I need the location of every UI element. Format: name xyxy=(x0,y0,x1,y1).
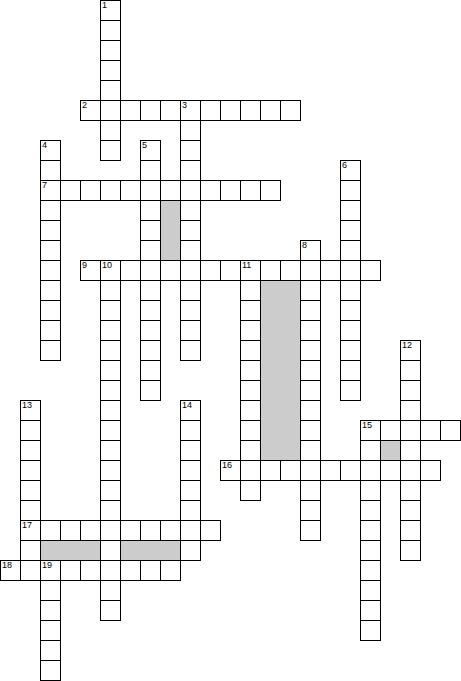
cell-c5-r18[interactable] xyxy=(100,360,121,381)
cell-c8-r28[interactable] xyxy=(160,560,181,581)
cell-c18-r29[interactable] xyxy=(360,580,381,601)
cell-c5-r29[interactable] xyxy=(100,580,121,601)
cell-c9-r13[interactable] xyxy=(180,260,201,281)
cell-c9-r26[interactable] xyxy=(180,520,201,541)
cell-c5-r3[interactable] xyxy=(100,60,121,81)
cell-c18-r24[interactable] xyxy=(360,480,381,501)
cell-c1-r28[interactable] xyxy=(20,560,41,581)
cell-c19-r23[interactable] xyxy=(380,460,401,481)
cell-c12-r18[interactable] xyxy=(240,360,261,381)
cell-c18-r23[interactable] xyxy=(360,460,381,481)
cell-c1-r24[interactable] xyxy=(20,480,41,501)
cell-c2-r14[interactable] xyxy=(40,280,61,301)
cell-c17-r10[interactable] xyxy=(340,200,361,221)
cell-c5-r27[interactable] xyxy=(100,540,121,561)
cell-c5-r15[interactable] xyxy=(100,300,121,321)
cell-c2-r33[interactable] xyxy=(40,660,61,681)
cell-c7-r16[interactable] xyxy=(140,320,161,341)
cell-c5-r19[interactable] xyxy=(100,380,121,401)
cell-c7-r9[interactable] xyxy=(140,180,161,201)
cell-c17-r13[interactable] xyxy=(340,260,361,281)
cell-c1-r25[interactable] xyxy=(20,500,41,521)
cell-c14-r5[interactable] xyxy=(280,100,301,121)
cell-c12-r21[interactable] xyxy=(240,420,261,441)
cell-c14-r23[interactable] xyxy=(280,460,301,481)
cell-c18-r26[interactable] xyxy=(360,520,381,541)
cell-c2-r8[interactable] xyxy=(40,160,61,181)
cell-c6-r28[interactable] xyxy=(120,560,141,581)
cell-c12-r17[interactable] xyxy=(240,340,261,361)
cell-c20-r23[interactable] xyxy=(400,460,421,481)
cell-c17-r19[interactable] xyxy=(340,380,361,401)
cell-c15-r14[interactable] xyxy=(300,280,321,301)
cell-c9-r14[interactable] xyxy=(180,280,201,301)
cell-c1-r27[interactable] xyxy=(20,540,41,561)
cell-c12-r23[interactable] xyxy=(240,460,261,481)
cell-c2-r31[interactable] xyxy=(40,620,61,641)
cell-c2-r12[interactable] xyxy=(40,240,61,261)
cell-c6-r26[interactable] xyxy=(120,520,141,541)
cell-c5-r16[interactable] xyxy=(100,320,121,341)
cell-c12-r16[interactable] xyxy=(240,320,261,341)
cell-c7-r17[interactable] xyxy=(140,340,161,361)
cell-c9-r23[interactable] xyxy=(180,460,201,481)
cell-c15-r16[interactable] xyxy=(300,320,321,341)
cell-c15-r13[interactable] xyxy=(300,260,321,281)
cell-c9-r6[interactable] xyxy=(180,120,201,141)
shaded-block-c19-r22 xyxy=(380,440,401,461)
cell-c13-r9[interactable] xyxy=(260,180,281,201)
cell-c9-r10[interactable] xyxy=(180,200,201,221)
clue-number-10: 10 xyxy=(102,261,112,270)
clue-number-18: 18 xyxy=(2,561,12,570)
cell-c5-r26[interactable] xyxy=(100,520,121,541)
cell-c9-r15[interactable] xyxy=(180,300,201,321)
cell-c8-r5[interactable] xyxy=(160,100,181,121)
cell-c16-r23[interactable] xyxy=(320,460,341,481)
clue-number-13: 13 xyxy=(22,401,32,410)
cell-c17-r16[interactable] xyxy=(340,320,361,341)
cell-c17-r17[interactable] xyxy=(340,340,361,361)
cell-c2-r13[interactable] xyxy=(40,260,61,281)
cell-c8-r26[interactable] xyxy=(160,520,181,541)
clue-number-12: 12 xyxy=(402,341,412,350)
clue-number-7: 7 xyxy=(42,181,47,190)
cell-c7-r10[interactable] xyxy=(140,200,161,221)
cell-c11-r13[interactable] xyxy=(220,260,241,281)
cell-c21-r23[interactable] xyxy=(420,460,441,481)
cell-c2-r11[interactable] xyxy=(40,220,61,241)
cell-c5-r25[interactable] xyxy=(100,500,121,521)
cell-c7-r12[interactable] xyxy=(140,240,161,261)
cell-c5-r2[interactable] xyxy=(100,40,121,61)
cell-c9-r24[interactable] xyxy=(180,480,201,501)
clue-number-9: 9 xyxy=(82,261,87,270)
cell-c20-r19[interactable] xyxy=(400,380,421,401)
cell-c20-r18[interactable] xyxy=(400,360,421,381)
cell-c6-r13[interactable] xyxy=(120,260,141,281)
clue-number-14: 14 xyxy=(182,401,192,410)
cell-c18-r27[interactable] xyxy=(360,540,381,561)
cell-c17-r23[interactable] xyxy=(340,460,361,481)
cell-c2-r32[interactable] xyxy=(40,640,61,661)
cell-c21-r21[interactable] xyxy=(420,420,441,441)
cell-c3-r26[interactable] xyxy=(60,520,81,541)
shaded-block-c2-r27 xyxy=(40,540,101,561)
cell-c5-r28[interactable] xyxy=(100,560,121,581)
clue-number-15: 15 xyxy=(362,421,372,430)
cell-c8-r13[interactable] xyxy=(160,260,181,281)
cell-c7-r11[interactable] xyxy=(140,220,161,241)
cell-c11-r9[interactable] xyxy=(220,180,241,201)
cell-c4-r9[interactable] xyxy=(80,180,101,201)
cell-c5-r20[interactable] xyxy=(100,400,121,421)
cell-c5-r23[interactable] xyxy=(100,460,121,481)
cell-c13-r23[interactable] xyxy=(260,460,281,481)
cell-c13-r13[interactable] xyxy=(260,260,281,281)
cell-c6-r5[interactable] xyxy=(120,100,141,121)
cell-c2-r30[interactable] xyxy=(40,600,61,621)
cell-c15-r25[interactable] xyxy=(300,500,321,521)
crossword-board: 12345678910111213141516171819 xyxy=(0,0,461,681)
cell-c5-r4[interactable] xyxy=(100,80,121,101)
cell-c15-r21[interactable] xyxy=(300,420,321,441)
cell-c12-r19[interactable] xyxy=(240,380,261,401)
cell-c2-r16[interactable] xyxy=(40,320,61,341)
cell-c2-r17[interactable] xyxy=(40,340,61,361)
cell-c20-r21[interactable] xyxy=(400,420,421,441)
cell-c17-r18[interactable] xyxy=(340,360,361,381)
cell-c5-r5[interactable] xyxy=(100,100,121,121)
cell-c18-r13[interactable] xyxy=(360,260,381,281)
cell-c10-r26[interactable] xyxy=(200,520,221,541)
cell-c7-r28[interactable] xyxy=(140,560,161,581)
cell-c10-r9[interactable] xyxy=(200,180,221,201)
cell-c5-r14[interactable] xyxy=(100,280,121,301)
cell-c9-r17[interactable] xyxy=(180,340,201,361)
clue-number-5: 5 xyxy=(142,141,147,150)
cell-c9-r8[interactable] xyxy=(180,160,201,181)
cell-c7-r13[interactable] xyxy=(140,260,161,281)
cell-c15-r19[interactable] xyxy=(300,380,321,401)
cell-c19-r21[interactable] xyxy=(380,420,401,441)
cell-c9-r27[interactable] xyxy=(180,540,201,561)
cell-c20-r20[interactable] xyxy=(400,400,421,421)
cell-c17-r11[interactable] xyxy=(340,220,361,241)
cell-c2-r29[interactable] xyxy=(40,580,61,601)
cell-c18-r30[interactable] xyxy=(360,600,381,621)
cell-c18-r22[interactable] xyxy=(360,440,381,461)
cell-c7-r19[interactable] xyxy=(140,380,161,401)
cell-c12-r20[interactable] xyxy=(240,400,261,421)
clue-number-11: 11 xyxy=(242,261,251,270)
cell-c3-r9[interactable] xyxy=(60,180,81,201)
cell-c6-r9[interactable] xyxy=(120,180,141,201)
cell-c1-r22[interactable] xyxy=(20,440,41,461)
cell-c8-r9[interactable] xyxy=(160,180,181,201)
cell-c14-r13[interactable] xyxy=(280,260,301,281)
cell-c3-r28[interactable] xyxy=(60,560,81,581)
cell-c13-r5[interactable] xyxy=(260,100,281,121)
clue-number-3: 3 xyxy=(182,101,187,110)
clue-number-19: 19 xyxy=(42,561,52,570)
clue-number-16: 16 xyxy=(222,461,232,470)
cell-c22-r21[interactable] xyxy=(440,420,461,441)
cell-c15-r26[interactable] xyxy=(300,520,321,541)
cell-c2-r10[interactable] xyxy=(40,200,61,221)
cell-c15-r20[interactable] xyxy=(300,400,321,421)
cell-c1-r21[interactable] xyxy=(20,420,41,441)
cell-c4-r28[interactable] xyxy=(80,560,101,581)
clue-number-17: 17 xyxy=(22,521,32,530)
cell-c5-r22[interactable] xyxy=(100,440,121,461)
cell-c7-r5[interactable] xyxy=(140,100,161,121)
cell-c5-r17[interactable] xyxy=(100,340,121,361)
cell-c18-r31[interactable] xyxy=(360,620,381,641)
cell-c9-r7[interactable] xyxy=(180,140,201,161)
clue-number-8: 8 xyxy=(302,241,307,250)
cell-c17-r14[interactable] xyxy=(340,280,361,301)
cell-c11-r5[interactable] xyxy=(220,100,241,121)
cell-c12-r5[interactable] xyxy=(240,100,261,121)
cell-c9-r9[interactable] xyxy=(180,180,201,201)
cell-c12-r9[interactable] xyxy=(240,180,261,201)
cell-c15-r17[interactable] xyxy=(300,340,321,361)
clue-number-1: 1 xyxy=(102,1,107,10)
cell-c5-r21[interactable] xyxy=(100,420,121,441)
shaded-block-c8-r10 xyxy=(160,200,181,261)
shaded-block-c6-r27 xyxy=(120,540,181,561)
cell-c15-r23[interactable] xyxy=(300,460,321,481)
cell-c4-r26[interactable] xyxy=(80,520,101,541)
cell-c12-r15[interactable] xyxy=(240,300,261,321)
cell-c12-r22[interactable] xyxy=(240,440,261,461)
shaded-block-c13-r14 xyxy=(260,280,301,461)
cell-c16-r13[interactable] xyxy=(320,260,341,281)
cell-c5-r24[interactable] xyxy=(100,480,121,501)
cell-c20-r24[interactable] xyxy=(400,480,421,501)
cell-c9-r11[interactable] xyxy=(180,220,201,241)
cell-c10-r13[interactable] xyxy=(200,260,221,281)
cell-c9-r22[interactable] xyxy=(180,440,201,461)
cell-c15-r22[interactable] xyxy=(300,440,321,461)
cell-c18-r25[interactable] xyxy=(360,500,381,521)
cell-c5-r7[interactable] xyxy=(100,140,121,161)
cell-c7-r14[interactable] xyxy=(140,280,161,301)
cell-c20-r26[interactable] xyxy=(400,520,421,541)
cell-c17-r15[interactable] xyxy=(340,300,361,321)
cell-c7-r8[interactable] xyxy=(140,160,161,181)
cell-c9-r25[interactable] xyxy=(180,500,201,521)
clue-number-4: 4 xyxy=(42,141,47,150)
cell-c9-r16[interactable] xyxy=(180,320,201,341)
cell-c5-r6[interactable] xyxy=(100,120,121,141)
cell-c10-r5[interactable] xyxy=(200,100,221,121)
clue-number-6: 6 xyxy=(342,161,347,170)
clue-number-2: 2 xyxy=(82,101,87,110)
cell-c9-r21[interactable] xyxy=(180,420,201,441)
cell-c20-r27[interactable] xyxy=(400,540,421,561)
cell-c20-r22[interactable] xyxy=(400,440,421,461)
cell-c12-r24[interactable] xyxy=(240,480,261,501)
cell-c20-r25[interactable] xyxy=(400,500,421,521)
cell-c17-r9[interactable] xyxy=(340,180,361,201)
cell-c1-r23[interactable] xyxy=(20,460,41,481)
cell-c5-r9[interactable] xyxy=(100,180,121,201)
cell-c2-r26[interactable] xyxy=(40,520,61,541)
cell-c15-r15[interactable] xyxy=(300,300,321,321)
cell-c7-r18[interactable] xyxy=(140,360,161,381)
cell-c9-r12[interactable] xyxy=(180,240,201,261)
cell-c18-r28[interactable] xyxy=(360,560,381,581)
cell-c12-r14[interactable] xyxy=(240,280,261,301)
cell-c17-r12[interactable] xyxy=(340,240,361,261)
cell-c15-r24[interactable] xyxy=(300,480,321,501)
cell-c2-r15[interactable] xyxy=(40,300,61,321)
cell-c15-r18[interactable] xyxy=(300,360,321,381)
cell-c7-r26[interactable] xyxy=(140,520,161,541)
cell-c5-r1[interactable] xyxy=(100,20,121,41)
cell-c7-r15[interactable] xyxy=(140,300,161,321)
cell-c5-r30[interactable] xyxy=(100,600,121,621)
